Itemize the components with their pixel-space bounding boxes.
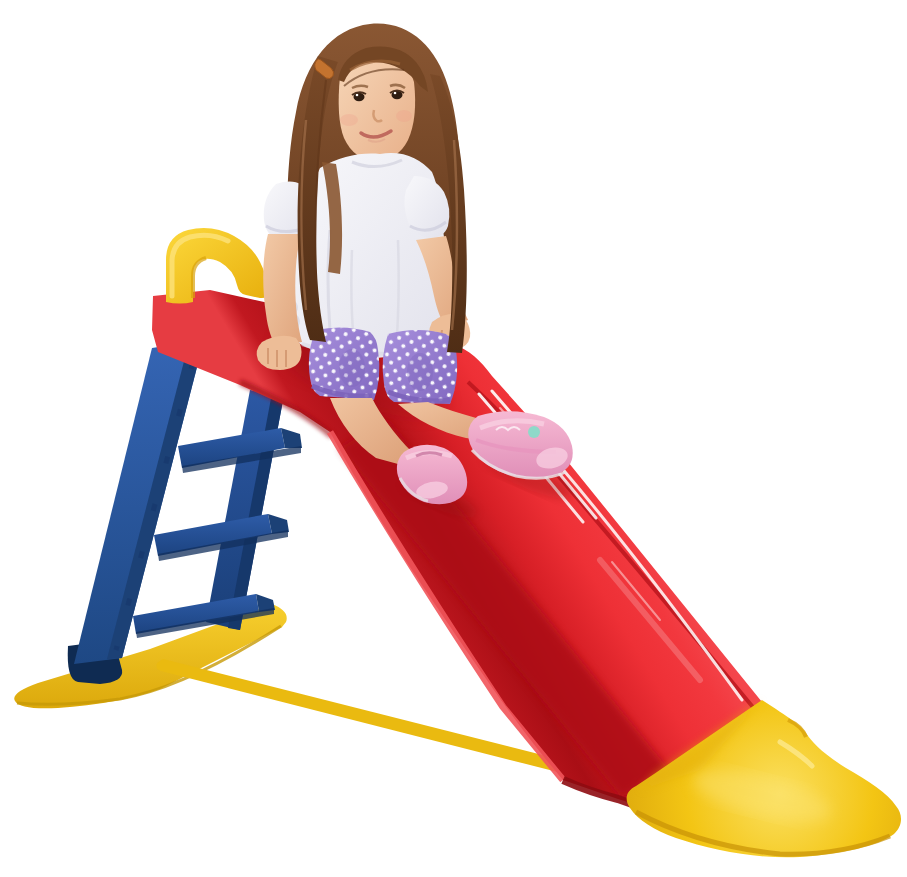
eye-glint-right	[394, 92, 397, 95]
shoe-right-mint-accent	[528, 426, 540, 438]
slide-scene-illustration	[0, 0, 907, 877]
eye-glint-left	[356, 94, 359, 97]
blush-right	[396, 110, 412, 122]
knee-shade-left	[339, 349, 365, 387]
knee-shade-right	[407, 353, 433, 391]
product-photo	[0, 0, 907, 877]
blush-left	[340, 114, 358, 126]
